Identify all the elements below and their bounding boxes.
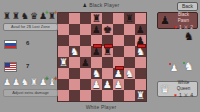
square-e5[interactable]: ♜ — [102, 46, 113, 57]
tray-black-pawn[interactable]: ♟+ — [39, 11, 47, 22]
square-e2[interactable]: ♟ — [102, 79, 113, 90]
square-a2[interactable] — [58, 79, 69, 90]
square-f1[interactable] — [113, 90, 124, 101]
white-pawn-icon[interactable]: ♟ — [170, 62, 178, 74]
white-piece-tray[interactable]: ♟♟♞♜♟+♝+ — [3, 77, 56, 88]
black-pawn-h7[interactable]: ♟ — [135, 24, 146, 35]
red-marker-dot — [169, 63, 171, 65]
square-b8[interactable] — [69, 13, 80, 24]
square-a5[interactable] — [58, 46, 69, 57]
black-card-stats: ♥ 1 ⚔ 2 — [172, 24, 195, 30]
black-pawn-icon: ♟ — [83, 2, 88, 8]
square-c4[interactable]: ♟ — [80, 57, 91, 68]
tray-white-bishop[interactable]: ♝+ — [48, 77, 56, 88]
square-f5[interactable] — [113, 46, 124, 57]
square-h8[interactable] — [135, 13, 146, 24]
square-b1[interactable] — [69, 90, 80, 101]
square-b2[interactable] — [69, 79, 80, 90]
square-c3[interactable] — [80, 68, 91, 79]
sword-icon: ⚔ — [184, 92, 188, 98]
square-c1[interactable] — [80, 90, 91, 101]
square-d4[interactable] — [91, 57, 102, 68]
hp-bar-f3 — [115, 66, 124, 70]
white-pawn-f2[interactable]: ♟ — [113, 79, 124, 90]
russia-flag — [4, 40, 17, 49]
square-f2[interactable]: ♟ — [113, 79, 124, 90]
black-pawn-c4[interactable]: ♟ — [80, 57, 91, 68]
square-f3[interactable]: ♟ — [113, 68, 124, 79]
black-pawn-card[interactable]: ♟ Black Pawn ♥ 1 ⚔ 2 — [157, 12, 198, 29]
black-pawn-d7[interactable]: ♟ — [91, 24, 102, 35]
black-rook-g8[interactable]: ♜ — [124, 13, 135, 24]
white-knight-g3[interactable]: ♞ — [124, 68, 135, 79]
square-f7[interactable] — [113, 24, 124, 35]
sword-icon: ⚔ — [184, 24, 188, 30]
square-d7[interactable]: ♟ — [91, 24, 102, 35]
square-d5[interactable]: ♟ — [91, 46, 102, 57]
heart-icon: ♥ — [174, 24, 177, 30]
white-pawn-e2[interactable]: ♟ — [102, 79, 113, 90]
square-a8[interactable] — [58, 13, 69, 24]
tray-black-knight[interactable]: ♞ — [21, 11, 29, 22]
usa-flag — [4, 62, 17, 72]
turn-indicator-black-label: Black Player — [89, 2, 119, 8]
square-b6[interactable] — [69, 35, 80, 46]
hp-bar-h5 — [137, 44, 146, 48]
square-d2[interactable]: ♟ — [91, 79, 102, 90]
square-g7[interactable] — [124, 24, 135, 35]
tray-black-rook[interactable]: ♜ — [12, 11, 20, 22]
white-rook-a4[interactable]: ♜ — [58, 57, 69, 68]
red-plus-icon: + — [54, 76, 58, 81]
turn-indicator-black: ♟Black Player — [57, 2, 145, 8]
square-e7[interactable]: ♚ — [102, 24, 113, 35]
square-h1[interactable]: ♜ — [135, 90, 146, 101]
green-marker-dot — [183, 62, 185, 64]
black-pawn-sprite: ♟ — [160, 14, 170, 27]
square-h4[interactable] — [135, 57, 146, 68]
tray-white-pawn[interactable]: ♟+ — [39, 77, 47, 88]
turn-indicator-white-label: White Player — [86, 104, 117, 110]
square-h3[interactable] — [135, 68, 146, 79]
white-card-title: White Queen — [172, 80, 195, 92]
square-c2[interactable] — [80, 79, 91, 90]
square-d1[interactable] — [91, 90, 102, 101]
usa-flag-canton — [5, 63, 10, 67]
square-e1[interactable] — [102, 90, 113, 101]
heart-icon: ♥ — [174, 92, 177, 98]
hp-bar-d5 — [93, 44, 102, 48]
square-g5[interactable] — [124, 46, 135, 57]
white-knight-b5[interactable]: ♞ — [69, 46, 80, 57]
square-c7[interactable] — [80, 24, 91, 35]
square-a4[interactable]: ♜ — [58, 57, 69, 68]
square-h2[interactable] — [135, 79, 146, 90]
square-a7[interactable] — [58, 24, 69, 35]
tray-black-rook[interactable]: ♜ — [3, 11, 11, 22]
square-f8[interactable] — [113, 13, 124, 24]
green-plus-icon: + — [45, 76, 49, 81]
square-e4[interactable] — [102, 57, 113, 68]
black-card-hp: 1 — [179, 24, 182, 30]
tray-black-rook[interactable]: ♜+ — [48, 11, 56, 22]
square-c8[interactable] — [80, 13, 91, 24]
square-h5[interactable]: ♞ — [135, 46, 146, 57]
white-card-hp: 1 — [179, 92, 182, 98]
square-e8[interactable] — [102, 13, 113, 24]
tray-white-knight[interactable]: ♞ — [21, 77, 29, 88]
black-piece-tray[interactable]: ♜♜♞♛♟+♜+ — [3, 11, 56, 22]
chess-board[interactable]: ♜♜♟♚♟♟♞♟♜♞♜♟♞♟♞♟♟♟♜ — [57, 12, 147, 102]
square-g3[interactable]: ♞ — [124, 68, 135, 79]
square-a3[interactable] — [58, 68, 69, 79]
russia-value: 6 — [26, 40, 29, 46]
white-queen-sprite: ♛ — [160, 83, 170, 96]
tray-white-pawn[interactable]: ♟ — [12, 77, 20, 88]
square-e3[interactable] — [102, 68, 113, 79]
white-tray-note: Adjust extra damage — [3, 89, 58, 97]
square-b4[interactable] — [69, 57, 80, 68]
green-plus-icon: + — [45, 10, 49, 15]
square-g6[interactable] — [124, 35, 135, 46]
black-king-e7[interactable]: ♚ — [102, 24, 113, 35]
white-card-attack: 4 — [190, 92, 193, 98]
square-a1[interactable] — [58, 90, 69, 101]
square-d3[interactable]: ♞ — [91, 68, 102, 79]
square-b7[interactable] — [69, 24, 80, 35]
square-b3[interactable] — [69, 68, 80, 79]
usa-value: 7 — [26, 63, 29, 69]
white-rook-h1[interactable]: ♜ — [135, 90, 146, 101]
white-knight-d3[interactable]: ♞ — [91, 68, 102, 79]
red-plus-icon: + — [54, 10, 58, 15]
square-b5[interactable]: ♞ — [69, 46, 80, 57]
square-f6[interactable] — [113, 35, 124, 46]
black-card-attack: 2 — [190, 24, 193, 30]
tray-black-queen[interactable]: ♛ — [30, 11, 38, 22]
square-a6[interactable] — [58, 35, 69, 46]
square-g4[interactable] — [124, 57, 135, 68]
square-c5[interactable] — [80, 46, 91, 57]
white-queen-card[interactable]: ♛ White Queen ♥ 1 ⚔ 4 — [157, 81, 198, 97]
square-h7[interactable]: ♟ — [135, 24, 146, 35]
black-card-title: Black Pawn — [172, 12, 195, 24]
square-c6[interactable] — [80, 35, 91, 46]
white-pawn-d2[interactable]: ♟ — [91, 79, 102, 90]
square-d8[interactable]: ♜ — [91, 13, 102, 24]
white-knight-icon[interactable]: ♞ — [184, 61, 194, 73]
black-rook-d8[interactable]: ♜ — [91, 13, 102, 24]
tray-white-rook[interactable]: ♜ — [30, 77, 38, 88]
tray-white-pawn[interactable]: ♟ — [3, 77, 11, 88]
turn-indicator-white: White Player — [57, 104, 145, 110]
hp-bar-e5 — [104, 44, 113, 48]
square-g2[interactable] — [124, 79, 135, 90]
black-tray-note[interactable]: Avail for 2$ Lost Zone — [3, 23, 58, 31]
square-g1[interactable] — [124, 90, 135, 101]
back-button[interactable]: Back — [177, 2, 198, 11]
white-card-stats: ♥ 1 ⚔ 4 — [172, 92, 195, 98]
black-knight-icon[interactable]: ♞ — [184, 31, 194, 43]
square-g8[interactable]: ♜ — [124, 13, 135, 24]
